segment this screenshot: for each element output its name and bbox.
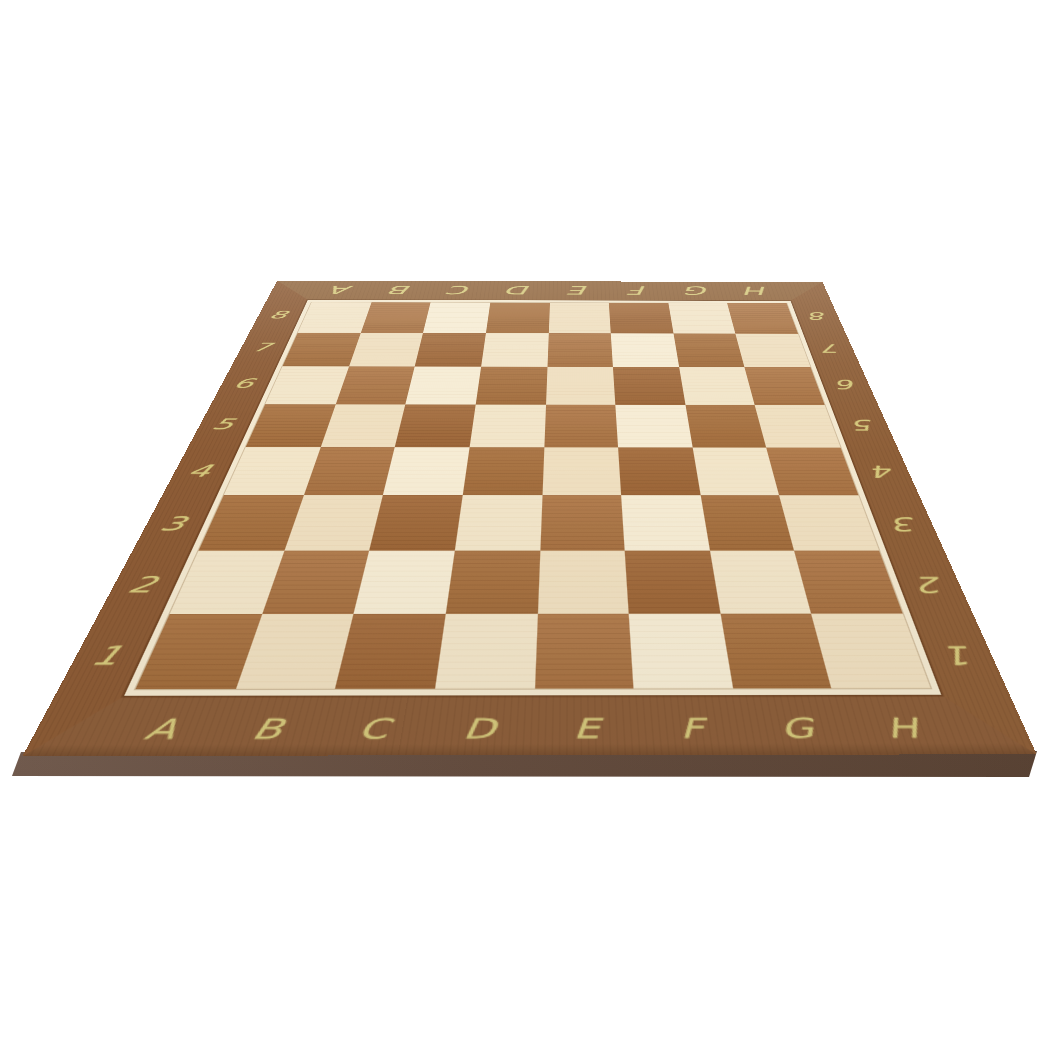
square-a8[interactable] xyxy=(298,302,371,332)
square-e8[interactable] xyxy=(548,303,610,333)
file-label-b-top: B xyxy=(389,284,414,295)
square-g3[interactable] xyxy=(700,495,794,550)
square-c8[interactable] xyxy=(423,303,490,333)
square-d1[interactable] xyxy=(435,614,537,689)
square-h6[interactable] xyxy=(745,367,825,405)
square-e1[interactable] xyxy=(534,614,633,689)
file-label-g-bottom: G xyxy=(777,715,816,743)
file-label-d-top: D xyxy=(508,284,533,295)
square-d6[interactable] xyxy=(476,367,547,405)
square-e3[interactable] xyxy=(540,495,625,550)
square-f6[interactable] xyxy=(613,367,685,405)
square-d8[interactable] xyxy=(486,303,550,333)
file-label-f-top: F xyxy=(629,284,648,295)
square-h5[interactable] xyxy=(755,405,841,447)
square-g6[interactable] xyxy=(679,367,755,405)
square-e4[interactable] xyxy=(542,447,621,495)
square-e5[interactable] xyxy=(544,405,618,448)
square-c4[interactable] xyxy=(383,447,469,495)
square-g7[interactable] xyxy=(673,333,744,367)
square-b8[interactable] xyxy=(361,302,431,332)
square-c7[interactable] xyxy=(415,333,486,367)
square-f3[interactable] xyxy=(621,495,709,550)
square-e7[interactable] xyxy=(547,333,613,367)
file-label-f-bottom: F xyxy=(678,715,705,743)
square-c3[interactable] xyxy=(369,495,462,550)
photo-background: ABCDEFGHABCDEFGH8765432187654321 xyxy=(0,0,1060,1060)
square-f4[interactable] xyxy=(618,447,700,495)
square-h3[interactable] xyxy=(779,495,879,550)
square-d2[interactable] xyxy=(446,550,540,614)
square-c5[interactable] xyxy=(395,404,476,447)
square-c1[interactable] xyxy=(335,614,445,689)
file-label-h-top: H xyxy=(744,285,771,296)
square-b4[interactable] xyxy=(304,447,396,495)
square-d3[interactable] xyxy=(455,495,542,550)
square-e6[interactable] xyxy=(546,367,616,405)
square-f1[interactable] xyxy=(629,614,733,688)
square-g8[interactable] xyxy=(668,303,735,333)
file-label-e-bottom: E xyxy=(572,715,599,743)
square-a7[interactable] xyxy=(282,333,360,367)
square-d7[interactable] xyxy=(481,333,548,367)
square-g5[interactable] xyxy=(685,405,766,448)
square-h7[interactable] xyxy=(736,333,811,367)
square-f8[interactable] xyxy=(609,303,673,333)
square-h8[interactable] xyxy=(727,303,797,333)
file-label-a-top: A xyxy=(329,284,355,295)
square-f5[interactable] xyxy=(615,405,692,448)
square-h4[interactable] xyxy=(766,447,858,495)
chessboard: ABCDEFGHABCDEFGH8765432187654321 xyxy=(23,281,1037,756)
square-h2[interactable] xyxy=(794,550,902,614)
file-label-e-top: E xyxy=(570,284,590,295)
square-h1[interactable] xyxy=(812,614,931,688)
square-b7[interactable] xyxy=(349,333,424,367)
square-d5[interactable] xyxy=(470,404,546,447)
square-b6[interactable] xyxy=(335,367,414,405)
square-f2[interactable] xyxy=(625,550,721,614)
square-e2[interactable] xyxy=(537,550,629,614)
square-g4[interactable] xyxy=(692,447,779,495)
square-b5[interactable] xyxy=(320,404,405,447)
square-c2[interactable] xyxy=(354,550,455,614)
file-label-g-top: G xyxy=(685,285,711,296)
file-label-c-top: C xyxy=(449,284,473,295)
file-label-d-bottom: D xyxy=(462,715,497,743)
file-label-c-bottom: C xyxy=(356,716,391,744)
square-c6[interactable] xyxy=(406,367,481,405)
square-f7[interactable] xyxy=(611,333,679,367)
square-d4[interactable] xyxy=(463,447,544,495)
